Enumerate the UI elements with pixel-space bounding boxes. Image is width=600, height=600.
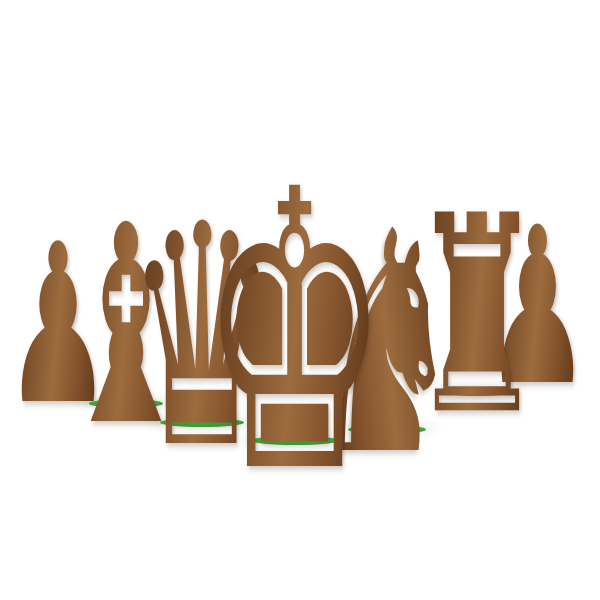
chess-piece-set-photo: ♟ ♝ ♛ ♚ ♞ ♜ ♟ — [0, 0, 600, 600]
piece-king: ♚ — [189, 141, 401, 526]
